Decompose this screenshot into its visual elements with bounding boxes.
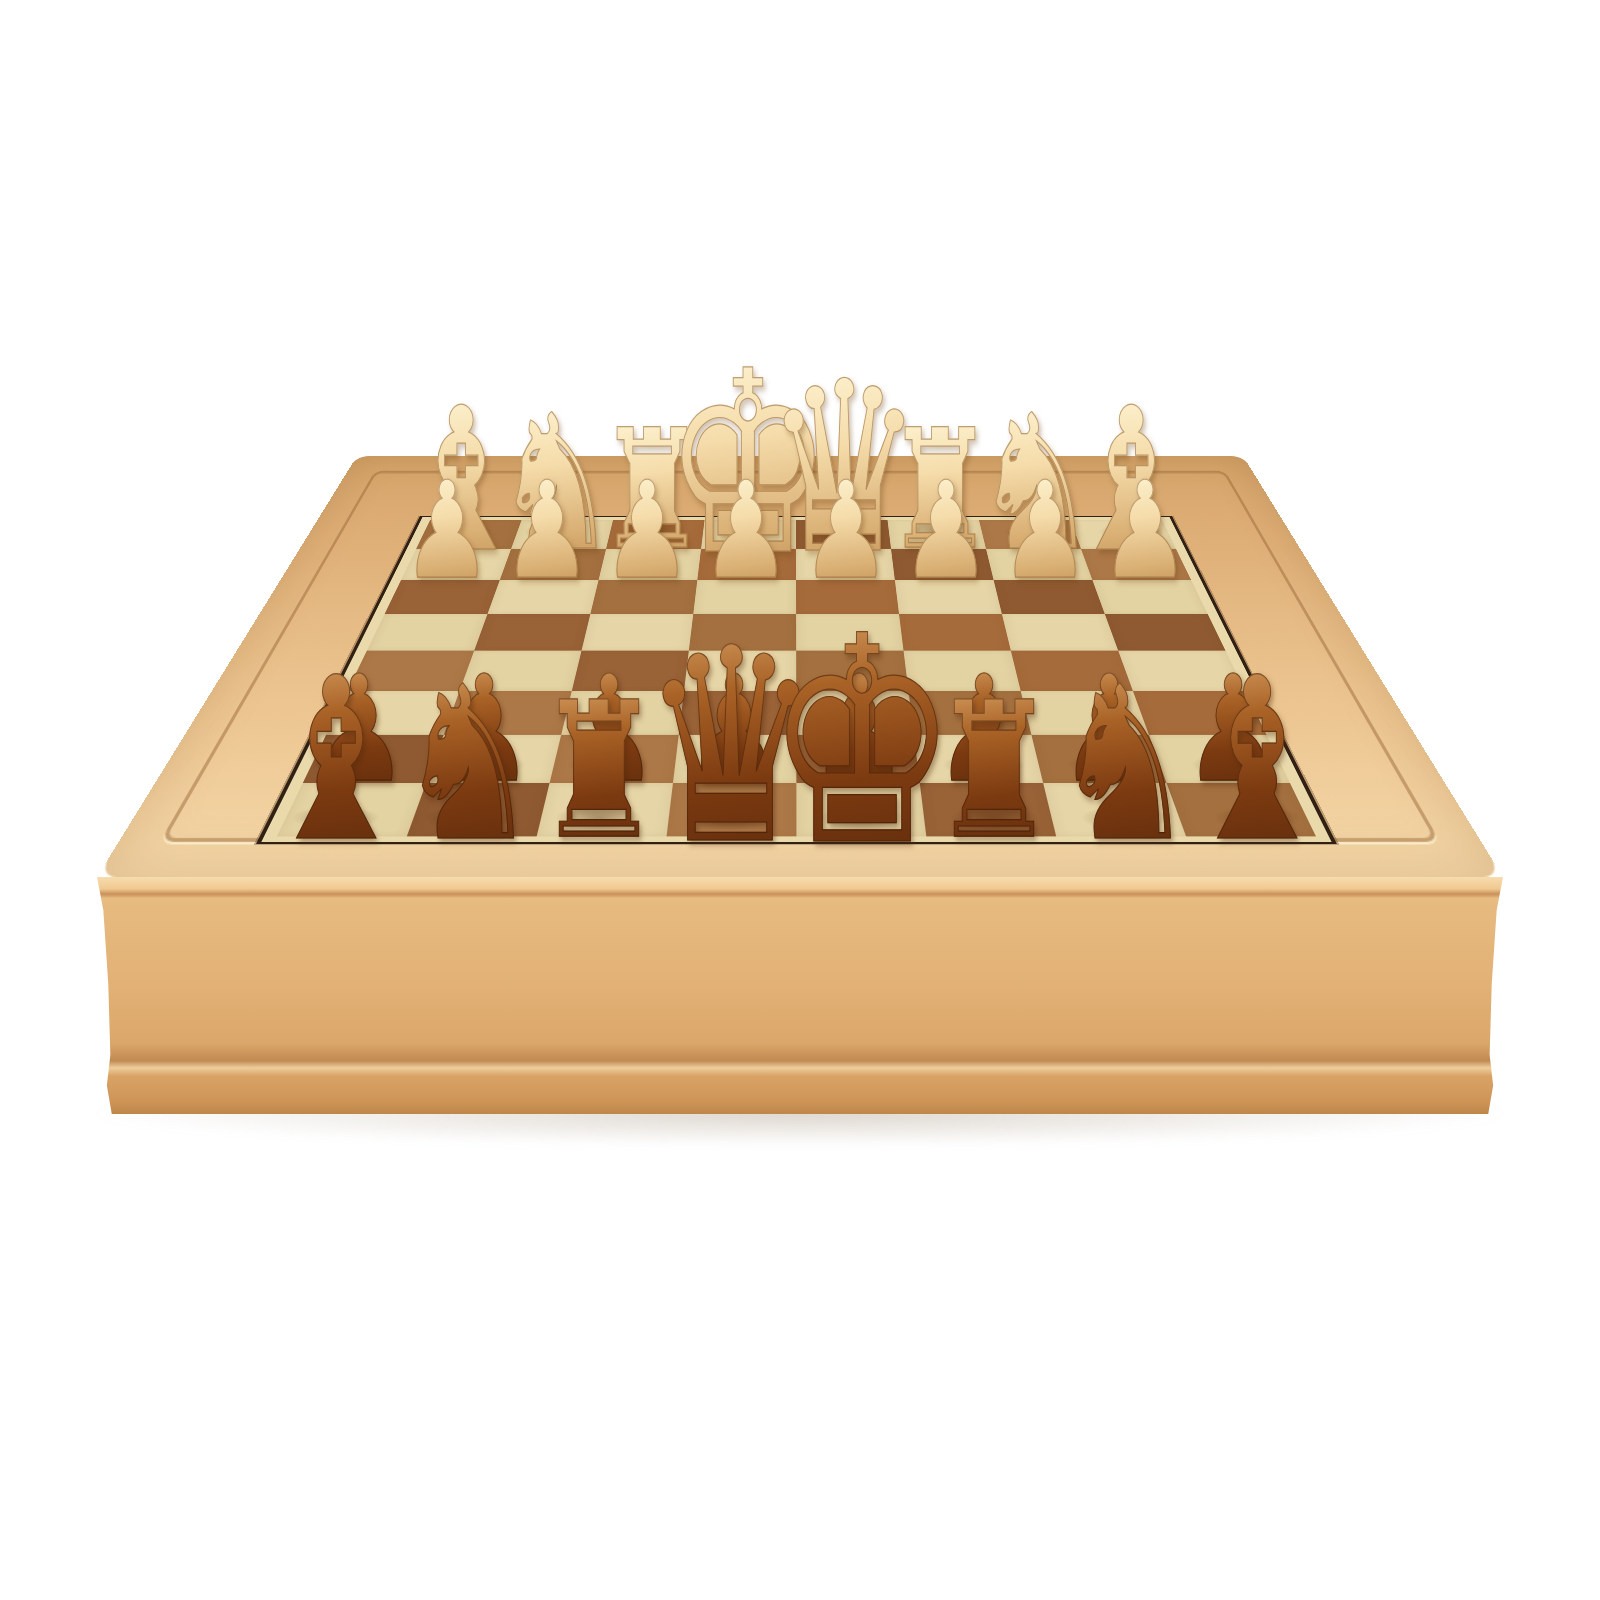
pieces-layer: ♝♞♜♚♛♜♞♝♟♟♟♟♟♟♟♟♟♟♟♟♟♟♟♟♝♞♜♛♚♜♞♝ <box>0 0 1600 1600</box>
pawn-icon: ♟ <box>1100 464 1190 598</box>
piece-light-pawn-h7: ♟ <box>1085 464 1205 598</box>
pawn-icon: ♟ <box>1000 464 1090 598</box>
product-photo: ♝♞♜♚♛♜♞♝♟♟♟♟♟♟♟♟♟♟♟♟♟♟♟♟♝♞♜♛♚♜♞♝ <box>0 0 1600 1600</box>
pawn-icon: ♟ <box>601 464 691 598</box>
piece-dark-bishop-h1: ♝ <box>1156 648 1358 873</box>
bishop-icon: ♝ <box>1181 648 1332 873</box>
pawn-icon: ♟ <box>502 464 592 598</box>
pawn-icon: ♟ <box>402 464 492 598</box>
